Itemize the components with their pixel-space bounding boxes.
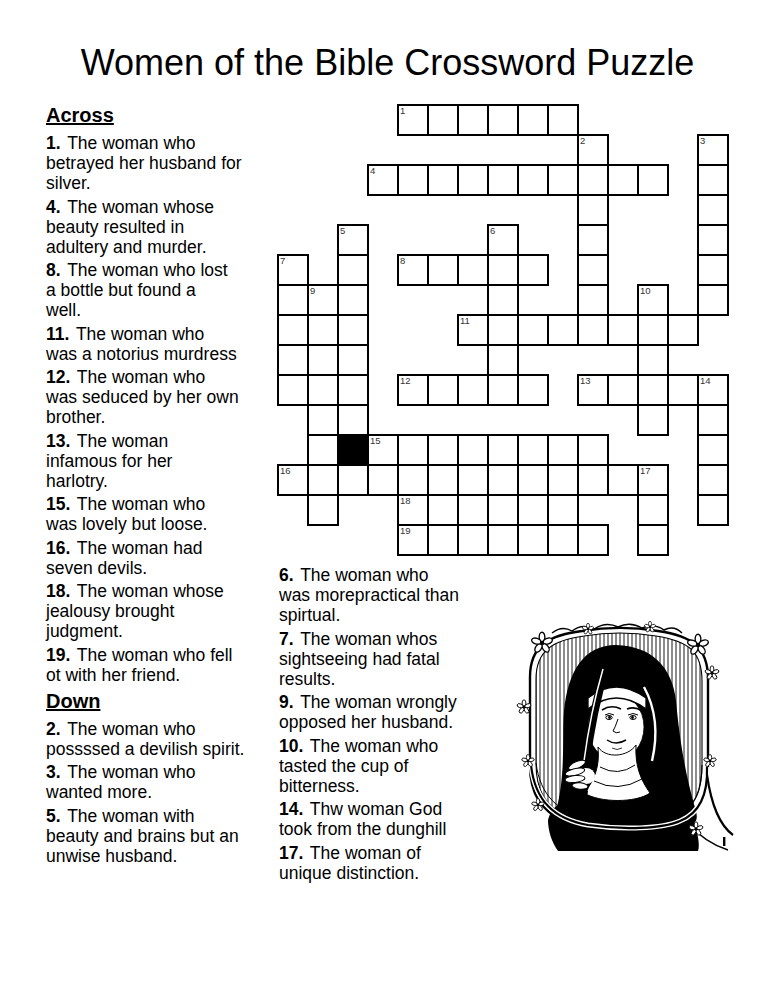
grid-cell[interactable]: [428, 375, 458, 405]
grid-cell[interactable]: 10: [638, 285, 668, 315]
grid-cell[interactable]: [548, 315, 578, 345]
grid-cell[interactable]: [548, 465, 578, 495]
grid-cell[interactable]: [698, 255, 728, 285]
clue-number: 7.: [279, 629, 294, 649]
grid-cell[interactable]: [578, 195, 608, 225]
grid-cell[interactable]: [698, 435, 728, 465]
grid-cell[interactable]: [548, 105, 578, 135]
grid-cell[interactable]: [698, 225, 728, 255]
grid-cell[interactable]: [578, 525, 608, 555]
grid-cell[interactable]: [338, 255, 368, 285]
grid-cell[interactable]: [578, 315, 608, 345]
cell-number: 18: [400, 495, 411, 506]
grid-cell[interactable]: [608, 465, 638, 495]
clue-number: 14.: [279, 799, 303, 819]
grid-cell[interactable]: [308, 375, 338, 405]
cell-number: 15: [370, 435, 381, 446]
cell-number: 11: [460, 315, 470, 326]
clue-number: 8.: [46, 260, 61, 280]
clue-number: 11.: [46, 324, 69, 344]
clue-number: 5.: [46, 806, 61, 826]
clue-across-15: 15. The woman whowas lovely but loose.: [46, 494, 280, 534]
cell-number: 5: [340, 225, 345, 236]
across-header: Across: [46, 104, 280, 127]
down-clue-list-left: 2. The woman whopossssed a devilish spir…: [46, 719, 280, 866]
clue-down-17: 17. The woman ofunique distinction.: [279, 843, 489, 883]
grid-cell[interactable]: 18: [398, 495, 428, 525]
clue-number: 2.: [46, 719, 61, 739]
grid-cell[interactable]: [518, 165, 548, 195]
grid-cell[interactable]: [638, 315, 668, 345]
grid-cell-black: [338, 435, 368, 465]
grid-cell[interactable]: 4: [368, 165, 398, 195]
grid-cell[interactable]: 3: [698, 135, 728, 165]
grid-cell[interactable]: [638, 165, 668, 195]
cell-number: 16: [280, 465, 291, 476]
grid-cell[interactable]: [518, 435, 548, 465]
clue-down-3: 3. The woman whowanted more.: [46, 762, 280, 802]
grid-cell[interactable]: [488, 525, 518, 555]
grid-cell[interactable]: 16: [278, 465, 308, 495]
cell-number: 14: [700, 375, 711, 386]
grid-cell[interactable]: [278, 345, 308, 375]
clue-across-18: 18. The woman whosejealousy broughtjudgm…: [46, 581, 280, 641]
grid-cell[interactable]: [608, 165, 638, 195]
clue-down-7: 7. The woman whossightseeing had fatalre…: [279, 629, 489, 689]
cell-number: 10: [640, 285, 651, 296]
clue-number: 18.: [46, 581, 70, 601]
clue-column-left: Across 1. The woman whobetrayed her husb…: [46, 104, 280, 869]
clue-down-2: 2. The woman whopossssed a devilish spir…: [46, 719, 280, 759]
grid-cell[interactable]: [458, 165, 488, 195]
grid-cell[interactable]: [578, 225, 608, 255]
cell-number: 8: [400, 255, 405, 266]
grid-cell[interactable]: [698, 495, 728, 525]
grid-cell[interactable]: [698, 465, 728, 495]
cell-number: 1: [400, 105, 405, 116]
cell-number: 2: [580, 135, 585, 146]
grid-cell[interactable]: [638, 345, 668, 375]
grid-cell[interactable]: [308, 465, 338, 495]
grid-cell[interactable]: [428, 495, 458, 525]
grid-cell[interactable]: 7: [278, 255, 308, 285]
cell-number: 12: [400, 375, 411, 386]
clue-number: 9.: [279, 692, 294, 712]
grid-cell[interactable]: [698, 195, 728, 225]
grid-cell[interactable]: [518, 375, 548, 405]
grid-cell[interactable]: [488, 435, 518, 465]
clue-number: 3.: [46, 762, 61, 782]
grid-cell[interactable]: 8: [398, 255, 428, 285]
grid-cell[interactable]: 5: [338, 225, 368, 255]
cell-number: 9: [310, 285, 315, 296]
grid-cell[interactable]: [338, 375, 368, 405]
clue-across-4: 4. The woman whosebeauty resulted inadul…: [46, 197, 280, 257]
cell-number: 7: [280, 255, 285, 266]
clue-number: 10.: [279, 736, 303, 756]
grid-cell[interactable]: 15: [368, 435, 398, 465]
grid-cell[interactable]: [338, 345, 368, 375]
clue-number: 19.: [46, 645, 70, 665]
grid-cell[interactable]: [398, 165, 428, 195]
down-clue-list-middle: 6. The woman whowas morepractical thansp…: [279, 565, 489, 883]
grid-cell[interactable]: 13: [578, 375, 608, 405]
clue-down-6: 6. The woman whowas morepractical thansp…: [279, 565, 489, 625]
clue-column-middle: 6. The woman whowas morepractical thansp…: [279, 565, 489, 886]
grid-cell[interactable]: [668, 315, 698, 345]
grid-cell[interactable]: [488, 375, 518, 405]
clue-number: 17.: [279, 843, 303, 863]
grid-cell[interactable]: [458, 255, 488, 285]
grid-cell[interactable]: [428, 165, 458, 195]
grid-cell[interactable]: [578, 165, 608, 195]
grid-cell[interactable]: [308, 315, 338, 345]
grid-cell[interactable]: [458, 375, 488, 405]
clue-across-19: 19. The woman who fellot with her friend…: [46, 645, 280, 685]
grid-cell[interactable]: [458, 105, 488, 135]
grid-cell[interactable]: 1: [398, 105, 428, 135]
grid-cell[interactable]: [278, 285, 308, 315]
grid-cell[interactable]: [278, 375, 308, 405]
grid-cell[interactable]: [488, 345, 518, 375]
grid-cell[interactable]: [458, 435, 488, 465]
grid-cell[interactable]: 17: [638, 465, 668, 495]
grid-cell[interactable]: 6: [488, 225, 518, 255]
clue-number: 15.: [46, 494, 70, 514]
grid-cell[interactable]: [428, 465, 458, 495]
grid-cell[interactable]: [488, 465, 518, 495]
clue-number: 6.: [279, 565, 294, 585]
cell-number: 4: [370, 165, 375, 176]
grid-cell[interactable]: [548, 525, 578, 555]
grid-cell[interactable]: [308, 345, 338, 375]
cell-number: 13: [580, 375, 591, 386]
grid-cell[interactable]: [518, 465, 548, 495]
clue-down-5: 5. The woman withbeauty and brains but a…: [46, 806, 280, 866]
grid-cell[interactable]: [338, 285, 368, 315]
page-title: Women of the Bible Crossword Puzzle: [0, 42, 775, 84]
grid-cell[interactable]: [668, 375, 698, 405]
cell-number: 3: [700, 135, 705, 146]
grid-cell[interactable]: [698, 285, 728, 315]
grid-cell[interactable]: [488, 255, 518, 285]
grid-cell[interactable]: [308, 495, 338, 525]
grid-cell[interactable]: [548, 435, 578, 465]
grid-cell[interactable]: 19: [398, 525, 428, 555]
grid-cell[interactable]: [518, 105, 548, 135]
grid-cell[interactable]: [638, 405, 668, 435]
grid-cell[interactable]: [518, 315, 548, 345]
clue-number: 12.: [46, 367, 70, 387]
grid-cell[interactable]: 11: [458, 315, 488, 345]
grid-cell[interactable]: [308, 435, 338, 465]
grid-cell[interactable]: [428, 435, 458, 465]
grid-cell[interactable]: [338, 465, 368, 495]
clue-down-14: 14. Thw woman Godtook from the dunghill: [279, 799, 489, 839]
clue-across-13: 13. The womaninfamous for herharlotry.: [46, 431, 280, 491]
crossword-grid[interactable]: 12345678910111213141516171819: [278, 105, 728, 555]
grid-cell[interactable]: [338, 315, 368, 345]
down-header: Down: [46, 690, 280, 713]
clue-down-10: 10. The woman whotasted the cup ofbitter…: [279, 736, 489, 796]
clue-number: 4.: [46, 197, 61, 217]
clue-number: 1.: [46, 133, 61, 153]
grid-cell[interactable]: [338, 405, 368, 435]
clue-across-1: 1. The woman whobetrayed her husband for…: [46, 133, 280, 193]
grid-cell[interactable]: [428, 255, 458, 285]
grid-cell[interactable]: 14: [698, 375, 728, 405]
grid-cell[interactable]: [608, 315, 638, 345]
grid-cell[interactable]: [698, 165, 728, 195]
grid-cell[interactable]: [608, 375, 638, 405]
clue-down-9: 9. The woman wronglyopposed her husband.: [279, 692, 489, 732]
grid-cell[interactable]: [368, 465, 398, 495]
clue-across-16: 16. The woman hadseven devils.: [46, 538, 280, 578]
grid-cell[interactable]: [518, 525, 548, 555]
grid-cell[interactable]: [578, 285, 608, 315]
cell-number: 17: [640, 465, 651, 476]
grid-cell[interactable]: [548, 495, 578, 525]
grid-cell[interactable]: [458, 525, 488, 555]
clue-number: 13.: [46, 431, 70, 451]
grid-cell[interactable]: [638, 375, 668, 405]
grid-cell[interactable]: [488, 165, 518, 195]
grid-cell[interactable]: [518, 495, 548, 525]
grid-cell[interactable]: [458, 465, 488, 495]
clue-across-8: 8. The woman who losta bottle but found …: [46, 260, 280, 320]
grid-cell[interactable]: 2: [578, 135, 608, 165]
grid-cell[interactable]: [638, 495, 668, 525]
grid-cell[interactable]: [308, 405, 338, 435]
grid-cell[interactable]: [578, 435, 608, 465]
clue-across-11: 11. The woman whowas a notorius murdress: [46, 324, 280, 364]
grid-cell[interactable]: [578, 255, 608, 285]
grid-cell[interactable]: [488, 105, 518, 135]
grid-cell[interactable]: [548, 165, 578, 195]
grid-cell[interactable]: [428, 105, 458, 135]
across-clue-list: 1. The woman whobetrayed her husband for…: [46, 133, 280, 685]
grid-cell[interactable]: [278, 315, 308, 345]
grid-cell[interactable]: [518, 255, 548, 285]
clue-across-12: 12. The woman whowas seduced by her ownb…: [46, 367, 280, 427]
cell-number: 6: [490, 225, 495, 236]
grid-cell[interactable]: 9: [308, 285, 338, 315]
grid-cell[interactable]: [578, 465, 608, 495]
grid-cell[interactable]: [638, 525, 668, 555]
grid-cell[interactable]: [488, 495, 518, 525]
grid-cell[interactable]: [488, 315, 518, 345]
grid-cell[interactable]: [428, 525, 458, 555]
nun-illustration: [502, 615, 734, 857]
grid-cell[interactable]: [398, 435, 428, 465]
grid-cell[interactable]: [698, 405, 728, 435]
grid-cell[interactable]: 12: [398, 375, 428, 405]
grid-cell[interactable]: [458, 495, 488, 525]
grid-cell[interactable]: [398, 465, 428, 495]
cell-number: 19: [400, 525, 411, 536]
grid-cell[interactable]: [488, 285, 518, 315]
clue-number: 16.: [46, 538, 70, 558]
